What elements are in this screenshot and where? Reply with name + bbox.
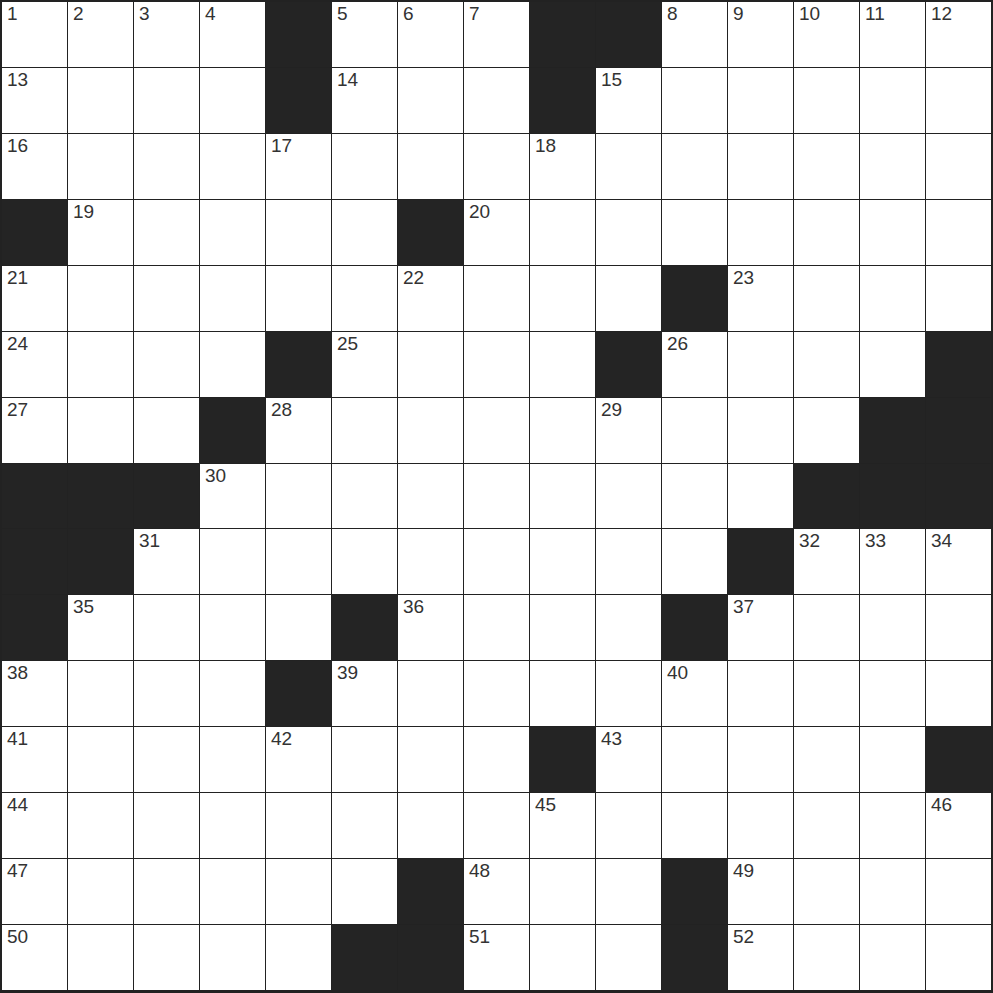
white-cell[interactable] (332, 266, 397, 331)
white-cell[interactable]: 27 (2, 398, 67, 463)
white-cell[interactable] (332, 793, 397, 858)
clue-number: 11 (865, 3, 885, 25)
clue-number: 22 (403, 267, 424, 289)
white-cell[interactable] (596, 134, 661, 199)
clue-number: 21 (7, 267, 28, 289)
white-cell[interactable] (662, 727, 727, 792)
white-cell[interactable]: 13 (2, 68, 67, 133)
white-cell[interactable] (332, 134, 397, 199)
white-cell[interactable] (266, 595, 331, 660)
white-cell[interactable]: 52 (728, 925, 793, 990)
white-cell[interactable] (530, 595, 595, 660)
white-cell[interactable] (464, 529, 529, 594)
white-cell[interactable] (728, 398, 793, 463)
white-cell[interactable] (68, 68, 133, 133)
clue-number: 6 (403, 3, 414, 25)
white-cell[interactable] (728, 68, 793, 133)
white-cell[interactable] (266, 793, 331, 858)
white-cell[interactable] (794, 793, 859, 858)
white-cell[interactable] (200, 793, 265, 858)
white-cell[interactable] (728, 661, 793, 726)
clue-number: 7 (469, 3, 480, 25)
white-cell[interactable]: 33 (860, 529, 925, 594)
white-cell[interactable] (398, 332, 463, 397)
white-cell[interactable] (266, 529, 331, 594)
black-cell (266, 332, 331, 397)
white-cell[interactable]: 25 (332, 332, 397, 397)
clue-number: 47 (7, 860, 28, 882)
white-cell[interactable]: 41 (2, 727, 67, 792)
clue-number: 10 (799, 3, 820, 25)
black-cell (398, 925, 463, 990)
clue-number: 36 (403, 596, 424, 618)
black-cell (266, 68, 331, 133)
clue-number: 43 (601, 728, 622, 750)
white-cell[interactable] (266, 464, 331, 529)
black-cell (926, 727, 991, 792)
black-cell (530, 2, 595, 67)
clue-number: 12 (931, 3, 952, 25)
white-cell[interactable]: 34 (926, 529, 991, 594)
white-cell[interactable] (134, 727, 199, 792)
white-cell[interactable] (662, 793, 727, 858)
clue-number: 30 (205, 465, 226, 487)
white-cell[interactable] (596, 464, 661, 529)
white-cell[interactable] (860, 925, 925, 990)
clue-number: 41 (7, 728, 28, 750)
clue-number: 18 (535, 135, 556, 157)
white-cell[interactable] (530, 200, 595, 265)
white-cell[interactable] (794, 68, 859, 133)
white-cell[interactable] (860, 595, 925, 660)
white-cell[interactable] (464, 661, 529, 726)
white-cell[interactable] (662, 68, 727, 133)
white-cell[interactable] (728, 727, 793, 792)
black-cell (200, 398, 265, 463)
white-cell[interactable] (200, 727, 265, 792)
white-cell[interactable] (134, 661, 199, 726)
white-cell[interactable] (134, 859, 199, 924)
black-cell (2, 529, 67, 594)
white-cell[interactable]: 17 (266, 134, 331, 199)
white-cell[interactable]: 11 (860, 2, 925, 67)
black-cell (926, 398, 991, 463)
clue-number: 1 (7, 3, 18, 25)
clue-number: 19 (73, 201, 94, 223)
white-cell[interactable] (332, 727, 397, 792)
clue-number: 35 (73, 596, 94, 618)
black-cell (2, 464, 67, 529)
clue-number: 16 (7, 135, 28, 157)
white-cell[interactable] (134, 68, 199, 133)
white-cell[interactable] (464, 266, 529, 331)
white-cell[interactable] (200, 661, 265, 726)
white-cell[interactable] (266, 859, 331, 924)
white-cell[interactable] (200, 529, 265, 594)
white-cell[interactable] (68, 332, 133, 397)
white-cell[interactable] (68, 134, 133, 199)
white-cell[interactable] (530, 332, 595, 397)
white-cell[interactable]: 4 (200, 2, 265, 67)
white-cell[interactable] (860, 793, 925, 858)
white-cell[interactable] (398, 68, 463, 133)
white-cell[interactable]: 44 (2, 793, 67, 858)
white-cell[interactable] (596, 793, 661, 858)
white-cell[interactable]: 28 (266, 398, 331, 463)
white-cell[interactable]: 19 (68, 200, 133, 265)
white-cell[interactable] (728, 332, 793, 397)
clue-number: 13 (7, 69, 28, 91)
white-cell[interactable] (530, 661, 595, 726)
black-cell (68, 529, 133, 594)
white-cell[interactable]: 46 (926, 793, 991, 858)
white-cell[interactable] (134, 200, 199, 265)
white-cell[interactable] (134, 134, 199, 199)
white-cell[interactable] (728, 134, 793, 199)
white-cell[interactable] (200, 332, 265, 397)
white-cell[interactable] (332, 398, 397, 463)
white-cell[interactable] (728, 793, 793, 858)
white-cell[interactable]: 9 (728, 2, 793, 67)
white-cell[interactable]: 1 (2, 2, 67, 67)
clue-number: 32 (799, 530, 820, 552)
clue-number: 34 (931, 530, 952, 552)
white-cell[interactable] (398, 793, 463, 858)
white-cell[interactable] (926, 595, 991, 660)
black-cell (662, 595, 727, 660)
clue-number: 37 (733, 596, 754, 618)
clue-number: 23 (733, 267, 754, 289)
white-cell[interactable]: 2 (68, 2, 133, 67)
white-cell[interactable] (926, 661, 991, 726)
black-cell (332, 925, 397, 990)
black-cell (398, 859, 463, 924)
white-cell[interactable] (464, 68, 529, 133)
clue-number: 4 (205, 3, 216, 25)
white-cell[interactable] (530, 464, 595, 529)
white-cell[interactable]: 51 (464, 925, 529, 990)
white-cell[interactable]: 15 (596, 68, 661, 133)
white-cell[interactable] (794, 595, 859, 660)
white-cell[interactable] (662, 464, 727, 529)
white-cell[interactable] (68, 859, 133, 924)
white-cell[interactable] (464, 332, 529, 397)
white-cell[interactable] (794, 661, 859, 726)
white-cell[interactable] (926, 200, 991, 265)
white-cell[interactable] (596, 661, 661, 726)
white-cell[interactable] (266, 200, 331, 265)
clue-number: 45 (535, 794, 556, 816)
black-cell (662, 925, 727, 990)
white-cell[interactable] (200, 266, 265, 331)
white-cell[interactable] (926, 134, 991, 199)
white-cell[interactable]: 43 (596, 727, 661, 792)
white-cell[interactable] (794, 266, 859, 331)
white-cell[interactable] (68, 398, 133, 463)
white-cell[interactable]: 39 (332, 661, 397, 726)
clue-number: 15 (601, 69, 622, 91)
white-cell[interactable]: 35 (68, 595, 133, 660)
white-cell[interactable]: 14 (332, 68, 397, 133)
clue-number: 24 (7, 333, 28, 355)
white-cell[interactable]: 47 (2, 859, 67, 924)
white-cell[interactable] (662, 134, 727, 199)
clue-number: 39 (337, 662, 358, 684)
black-cell (728, 529, 793, 594)
white-cell[interactable] (134, 398, 199, 463)
black-cell (2, 595, 67, 660)
white-cell[interactable] (926, 859, 991, 924)
white-cell[interactable]: 50 (2, 925, 67, 990)
crossword-grid: 1234567891011121314151617181920212223242… (0, 0, 993, 993)
white-cell[interactable] (530, 266, 595, 331)
white-cell[interactable] (200, 134, 265, 199)
white-cell[interactable] (794, 332, 859, 397)
white-cell[interactable]: 16 (2, 134, 67, 199)
white-cell[interactable]: 29 (596, 398, 661, 463)
white-cell[interactable] (860, 661, 925, 726)
white-cell[interactable] (860, 134, 925, 199)
white-cell[interactable]: 23 (728, 266, 793, 331)
white-cell[interactable] (860, 266, 925, 331)
black-cell (530, 68, 595, 133)
white-cell[interactable] (398, 661, 463, 726)
white-cell[interactable] (332, 200, 397, 265)
white-cell[interactable] (926, 68, 991, 133)
white-cell[interactable] (530, 859, 595, 924)
clue-number: 26 (667, 333, 688, 355)
clue-number: 3 (139, 3, 150, 25)
black-cell (860, 398, 925, 463)
white-cell[interactable] (794, 727, 859, 792)
white-cell[interactable] (464, 727, 529, 792)
clue-number: 14 (337, 69, 358, 91)
white-cell[interactable] (662, 529, 727, 594)
white-cell[interactable] (860, 332, 925, 397)
white-cell[interactable]: 32 (794, 529, 859, 594)
white-cell[interactable]: 5 (332, 2, 397, 67)
black-cell (662, 859, 727, 924)
white-cell[interactable]: 42 (266, 727, 331, 792)
white-cell[interactable] (860, 859, 925, 924)
white-cell[interactable] (134, 925, 199, 990)
white-cell[interactable]: 10 (794, 2, 859, 67)
white-cell[interactable]: 3 (134, 2, 199, 67)
black-cell (794, 464, 859, 529)
white-cell[interactable] (662, 200, 727, 265)
white-cell[interactable]: 37 (728, 595, 793, 660)
white-cell[interactable] (200, 68, 265, 133)
white-cell[interactable] (860, 727, 925, 792)
clue-number: 33 (865, 530, 886, 552)
black-cell (68, 464, 133, 529)
white-cell[interactable] (68, 266, 133, 331)
white-cell[interactable]: 20 (464, 200, 529, 265)
white-cell[interactable] (794, 925, 859, 990)
clue-number: 2 (73, 3, 84, 25)
clue-number: 20 (469, 201, 490, 223)
white-cell[interactable] (530, 398, 595, 463)
white-cell[interactable]: 6 (398, 2, 463, 67)
white-cell[interactable] (68, 727, 133, 792)
white-cell[interactable]: 48 (464, 859, 529, 924)
black-cell (398, 200, 463, 265)
clue-number: 29 (601, 399, 622, 421)
black-cell (926, 332, 991, 397)
white-cell[interactable]: 30 (200, 464, 265, 529)
white-cell[interactable] (926, 266, 991, 331)
white-cell[interactable] (332, 529, 397, 594)
black-cell (266, 661, 331, 726)
black-cell (860, 464, 925, 529)
white-cell[interactable] (794, 859, 859, 924)
clue-number: 28 (271, 399, 292, 421)
white-cell[interactable] (200, 925, 265, 990)
white-cell[interactable] (860, 200, 925, 265)
clue-number: 49 (733, 860, 754, 882)
black-cell (596, 2, 661, 67)
white-cell[interactable] (398, 398, 463, 463)
white-cell[interactable] (596, 595, 661, 660)
clue-number: 42 (271, 728, 292, 750)
white-cell[interactable] (596, 925, 661, 990)
clue-number: 46 (931, 794, 952, 816)
white-cell[interactable] (398, 529, 463, 594)
black-cell (662, 266, 727, 331)
clue-number: 40 (667, 662, 688, 684)
white-cell[interactable] (200, 859, 265, 924)
white-cell[interactable]: 7 (464, 2, 529, 67)
clue-number: 51 (469, 926, 490, 948)
white-cell[interactable] (794, 134, 859, 199)
white-cell[interactable]: 18 (530, 134, 595, 199)
white-cell[interactable] (596, 859, 661, 924)
white-cell[interactable] (530, 925, 595, 990)
clue-number: 50 (7, 926, 28, 948)
white-cell[interactable] (134, 266, 199, 331)
white-cell[interactable] (926, 925, 991, 990)
clue-number: 25 (337, 333, 358, 355)
clue-number: 31 (139, 530, 160, 552)
white-cell[interactable]: 21 (2, 266, 67, 331)
white-cell[interactable] (530, 529, 595, 594)
white-cell[interactable] (398, 464, 463, 529)
white-cell[interactable]: 24 (2, 332, 67, 397)
white-cell[interactable]: 31 (134, 529, 199, 594)
white-cell[interactable] (794, 200, 859, 265)
white-cell[interactable] (68, 661, 133, 726)
white-cell[interactable] (134, 595, 199, 660)
white-cell[interactable] (794, 398, 859, 463)
white-cell[interactable]: 36 (398, 595, 463, 660)
white-cell[interactable] (464, 134, 529, 199)
clue-number: 44 (7, 794, 28, 816)
black-cell (530, 727, 595, 792)
black-cell (332, 595, 397, 660)
white-cell[interactable] (596, 529, 661, 594)
white-cell[interactable]: 8 (662, 2, 727, 67)
white-cell[interactable] (68, 793, 133, 858)
white-cell[interactable] (860, 68, 925, 133)
clue-number: 27 (7, 399, 28, 421)
white-cell[interactable] (134, 793, 199, 858)
white-cell[interactable] (332, 464, 397, 529)
white-cell[interactable] (68, 925, 133, 990)
white-cell[interactable] (464, 793, 529, 858)
white-cell[interactable] (464, 398, 529, 463)
white-cell[interactable] (464, 595, 529, 660)
white-cell[interactable]: 49 (728, 859, 793, 924)
white-cell[interactable] (662, 398, 727, 463)
white-cell[interactable]: 26 (662, 332, 727, 397)
white-cell[interactable] (332, 859, 397, 924)
white-cell[interactable] (266, 925, 331, 990)
white-cell[interactable] (596, 266, 661, 331)
white-cell[interactable] (728, 464, 793, 529)
clue-number: 17 (271, 135, 292, 157)
white-cell[interactable] (398, 727, 463, 792)
clue-number: 9 (733, 3, 744, 25)
white-cell[interactable] (266, 266, 331, 331)
black-cell (926, 464, 991, 529)
clue-number: 48 (469, 860, 490, 882)
black-cell (2, 200, 67, 265)
white-cell[interactable]: 40 (662, 661, 727, 726)
clue-number: 38 (7, 662, 28, 684)
white-cell[interactable] (728, 200, 793, 265)
white-cell[interactable] (200, 595, 265, 660)
white-cell[interactable]: 22 (398, 266, 463, 331)
white-cell[interactable]: 45 (530, 793, 595, 858)
white-cell[interactable] (200, 200, 265, 265)
white-cell[interactable] (596, 200, 661, 265)
white-cell[interactable]: 38 (2, 661, 67, 726)
black-cell (266, 2, 331, 67)
clue-number: 8 (667, 3, 678, 25)
white-cell[interactable] (464, 464, 529, 529)
black-cell (596, 332, 661, 397)
black-cell (134, 464, 199, 529)
white-cell[interactable] (134, 332, 199, 397)
white-cell[interactable]: 12 (926, 2, 991, 67)
clue-number: 5 (337, 3, 348, 25)
white-cell[interactable] (398, 134, 463, 199)
clue-number: 52 (733, 926, 754, 948)
